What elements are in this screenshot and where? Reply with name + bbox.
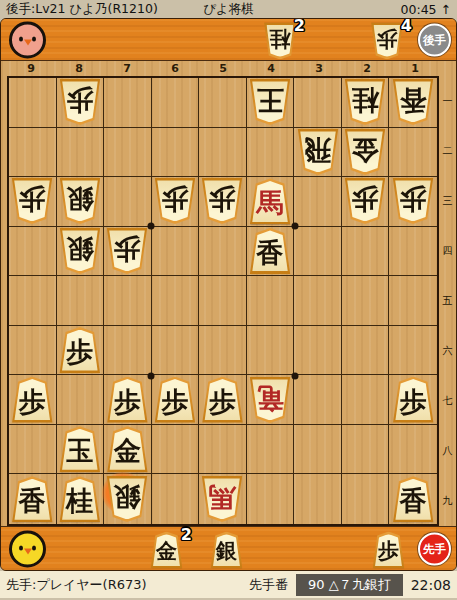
- piece-glyph: 歩: [161, 186, 188, 213]
- square-3二[interactable]: 飛: [294, 128, 342, 178]
- square-8六[interactable]: 歩: [57, 326, 105, 376]
- piece-gote-歩[interactable]: 歩: [11, 178, 53, 224]
- square-2三[interactable]: 歩: [342, 177, 390, 227]
- board-grid: 歩王桂香飛金歩銀歩歩馬歩歩銀歩香歩歩歩歩歩竜歩玉金香桂銀馬香: [7, 76, 439, 526]
- piece-sente-歩[interactable]: 歩: [11, 377, 53, 423]
- sente-badge: 先手: [418, 532, 451, 565]
- piece-gote-王[interactable]: 王: [249, 79, 291, 125]
- square-2六[interactable]: [342, 326, 390, 376]
- piece-sente-歩[interactable]: 歩: [392, 377, 434, 423]
- piece-glyph: 歩: [66, 338, 93, 365]
- square-6七[interactable]: 歩: [152, 375, 200, 425]
- piece-sente-桂[interactable]: 桂: [59, 476, 101, 522]
- square-9四[interactable]: [9, 227, 57, 277]
- piece-glyph: 王: [257, 87, 284, 114]
- square-8四[interactable]: 銀: [57, 227, 105, 277]
- piece-face: 王: [252, 82, 289, 123]
- piece-face: 金: [347, 131, 384, 172]
- piece-glyph: 銀: [66, 236, 93, 263]
- top-status-bar: 後手:Lv21 ひよ乃(R1210) ぴよ将棋 00:45 ↑: [0, 0, 457, 18]
- square-4一[interactable]: 王: [247, 78, 295, 128]
- square-5一[interactable]: [199, 78, 247, 128]
- square-9三[interactable]: 歩: [9, 177, 57, 227]
- piece-face: 歩: [347, 181, 384, 222]
- piece-face: 歩: [375, 534, 403, 566]
- piece-glyph: 歩: [19, 388, 46, 415]
- rank-label-六: 六: [439, 326, 456, 376]
- square-2九[interactable]: [342, 474, 390, 524]
- piece-face: 馬: [204, 479, 241, 520]
- file-label-4: 4: [247, 61, 295, 76]
- hoshi-dot: [147, 372, 154, 379]
- rank-label-五: 五: [439, 276, 456, 326]
- square-6九[interactable]: [152, 474, 200, 524]
- piece-gote-馬[interactable]: 馬: [201, 476, 243, 522]
- piece-gote-香[interactable]: 香: [392, 79, 434, 125]
- hand-piece-count: 2: [294, 18, 305, 34]
- square-4三[interactable]: 馬: [247, 177, 295, 227]
- gote-badge: 後手: [418, 23, 451, 56]
- piece-glyph: 香: [400, 87, 427, 114]
- piece-glyph: 歩: [114, 388, 141, 415]
- file-label-5: 5: [199, 61, 247, 76]
- piece-glyph: 歩: [376, 29, 397, 50]
- square-7三[interactable]: [104, 177, 152, 227]
- square-6六[interactable]: [152, 326, 200, 376]
- piece-glyph: 金: [156, 541, 177, 562]
- square-2五[interactable]: [342, 276, 390, 326]
- hoshi-dot: [291, 222, 298, 229]
- piece-sente-歩[interactable]: 歩: [59, 327, 101, 373]
- square-4八[interactable]: [247, 425, 295, 475]
- square-6八[interactable]: [152, 425, 200, 475]
- square-3四[interactable]: [294, 227, 342, 277]
- piece-gote-歩[interactable]: 歩: [59, 79, 101, 125]
- square-9七[interactable]: 歩: [9, 375, 57, 425]
- square-7九[interactable]: 銀: [104, 474, 152, 524]
- hand-piece-桂[interactable]: 桂2: [263, 22, 296, 59]
- avatar-beak: [24, 548, 32, 554]
- file-label-2: 2: [343, 61, 391, 76]
- square-2四[interactable]: [342, 227, 390, 277]
- hand-piece-銀[interactable]: 銀: [210, 531, 243, 568]
- hoshi-dot: [147, 222, 154, 229]
- square-1六[interactable]: [389, 326, 437, 376]
- rank-label-二: 二: [439, 126, 456, 176]
- file-label-6: 6: [151, 61, 199, 76]
- piece-glyph: 銀: [114, 484, 141, 511]
- piece-gote-歩[interactable]: 歩: [154, 178, 196, 224]
- piece-face: 銀: [61, 230, 98, 271]
- square-1五[interactable]: [389, 276, 437, 326]
- square-5六[interactable]: [199, 326, 247, 376]
- square-7六[interactable]: [104, 326, 152, 376]
- piece-face: 香: [395, 82, 432, 123]
- piece-face: 歩: [156, 379, 193, 420]
- piece-gote-歩[interactable]: 歩: [201, 178, 243, 224]
- square-9六[interactable]: [9, 326, 57, 376]
- square-6五[interactable]: [152, 276, 200, 326]
- board-block: 987654321 一二三四五六七八九 歩王桂香飛金歩銀歩歩馬歩歩銀歩香歩歩歩歩…: [1, 61, 456, 526]
- hand-piece-金[interactable]: 金2: [150, 531, 183, 568]
- square-7八[interactable]: 金: [104, 425, 152, 475]
- piece-glyph: 飛: [304, 137, 331, 164]
- piece-sente-歩[interactable]: 歩: [201, 377, 243, 423]
- piece-sente-香[interactable]: 香: [249, 228, 291, 274]
- piece-glyph: 玉: [66, 437, 93, 464]
- piece-gote-銀[interactable]: 銀: [59, 228, 101, 274]
- square-3五[interactable]: [294, 276, 342, 326]
- square-7七[interactable]: 歩: [104, 375, 152, 425]
- piece-face: 歩: [204, 379, 241, 420]
- square-5三[interactable]: 歩: [199, 177, 247, 227]
- piece-face: 歩: [61, 82, 98, 123]
- square-9五[interactable]: [9, 276, 57, 326]
- square-7四[interactable]: 歩: [104, 227, 152, 277]
- piece-face: 玉: [61, 429, 98, 470]
- bottom-status-bar: 先手:プレイヤー(R673) 先手番 90 △７九銀打 22:08: [0, 571, 457, 598]
- piece-sente-歩[interactable]: 歩: [106, 377, 148, 423]
- file-labels: 987654321: [7, 61, 439, 76]
- square-4六[interactable]: [247, 326, 295, 376]
- rank-label-一: 一: [439, 76, 456, 126]
- square-5二[interactable]: [199, 128, 247, 178]
- piyo-shogi-app: 後手:Lv21 ひよ乃(R1210) ぴよ将棋 00:45 ↑ 後手 桂2歩4 …: [0, 0, 457, 600]
- piece-face: 歩: [204, 181, 241, 222]
- square-9一[interactable]: [9, 78, 57, 128]
- app-title: ぴよ将棋: [203, 1, 254, 18]
- square-1三[interactable]: 歩: [389, 177, 437, 227]
- hand-piece-count: 2: [181, 524, 192, 543]
- rank-labels: 一二三四五六七八九: [439, 76, 456, 526]
- square-4九[interactable]: [247, 474, 295, 524]
- square-2一[interactable]: 桂: [342, 78, 390, 128]
- piece-sente-歩[interactable]: 歩: [372, 531, 405, 568]
- sente-hand-tray: 先手 金2銀歩: [1, 526, 456, 570]
- square-1七[interactable]: 歩: [389, 375, 437, 425]
- piece-sente-馬[interactable]: 馬: [249, 178, 291, 224]
- piece-face: 金: [153, 534, 181, 566]
- piece-gote-金[interactable]: 金: [344, 129, 386, 175]
- square-9九[interactable]: 香: [9, 474, 57, 524]
- avatar-eye: [19, 36, 23, 41]
- square-3九[interactable]: [294, 474, 342, 524]
- piece-gote-歩[interactable]: 歩: [106, 228, 148, 274]
- square-4二[interactable]: [247, 128, 295, 178]
- file-label-3: 3: [295, 61, 343, 76]
- piece-face: 歩: [395, 379, 432, 420]
- piece-glyph: 香: [257, 239, 284, 266]
- piece-gote-銀[interactable]: 銀: [106, 476, 148, 522]
- piece-face: 歩: [156, 181, 193, 222]
- piece-face: 馬: [252, 181, 289, 222]
- shogi-board: 歩王桂香飛金歩銀歩歩馬歩歩銀歩香歩歩歩歩歩竜歩玉金香桂銀馬香: [7, 76, 439, 526]
- clock-upload-indicator: 00:45 ↑: [401, 2, 451, 17]
- piece-glyph: 馬: [257, 189, 284, 216]
- piece-sente-銀[interactable]: 銀: [210, 531, 243, 568]
- piece-sente-金[interactable]: 金: [150, 531, 183, 568]
- piece-face: 飛: [299, 131, 336, 172]
- hand-piece-count: 4: [401, 18, 412, 34]
- square-8一[interactable]: 歩: [57, 78, 105, 128]
- hand-piece-歩[interactable]: 歩: [372, 531, 405, 568]
- square-8八[interactable]: 玉: [57, 425, 105, 475]
- piece-face: 歩: [109, 379, 146, 420]
- piece-glyph: 銀: [66, 186, 93, 213]
- rank-label-四: 四: [439, 226, 456, 276]
- file-label-7: 7: [103, 61, 151, 76]
- square-1九[interactable]: 香: [389, 474, 437, 524]
- hand-piece-歩[interactable]: 歩4: [370, 22, 403, 59]
- rank-label-八: 八: [439, 426, 456, 476]
- move-counter-box[interactable]: 90 △７九銀打: [296, 574, 403, 596]
- piece-face: 銀: [213, 534, 241, 566]
- piece-face: 香: [14, 479, 51, 520]
- piece-sente-歩[interactable]: 歩: [154, 377, 196, 423]
- turn-indicator: 先手番: [249, 576, 288, 594]
- square-7一[interactable]: [104, 78, 152, 128]
- piece-gote-銀[interactable]: 銀: [59, 178, 101, 224]
- piece-face: 金: [109, 429, 146, 470]
- piece-glyph: 歩: [378, 541, 399, 562]
- piece-face: 歩: [61, 330, 98, 371]
- square-3七[interactable]: [294, 375, 342, 425]
- square-1二[interactable]: [389, 128, 437, 178]
- piece-face: 歩: [14, 379, 51, 420]
- piece-glyph: 歩: [209, 186, 236, 213]
- file-label-1: 1: [391, 61, 439, 76]
- square-5七[interactable]: 歩: [199, 375, 247, 425]
- square-8二[interactable]: [57, 128, 105, 178]
- square-5四[interactable]: [199, 227, 247, 277]
- gote-player-info: 後手:Lv21 ひよ乃(R1210): [6, 1, 158, 18]
- piece-glyph: 竜: [257, 385, 284, 412]
- piece-glyph: 歩: [209, 388, 236, 415]
- piece-gote-竜[interactable]: 竜: [249, 377, 291, 423]
- avatar-beak: [24, 39, 32, 45]
- piece-glyph: 歩: [66, 87, 93, 114]
- square-8三[interactable]: 銀: [57, 177, 105, 227]
- piece-glyph: 歩: [114, 236, 141, 263]
- piece-glyph: 桂: [269, 29, 290, 50]
- square-4五[interactable]: [247, 276, 295, 326]
- square-8九[interactable]: 桂: [57, 474, 105, 524]
- square-7二[interactable]: [104, 128, 152, 178]
- hoshi-dot: [291, 372, 298, 379]
- piece-face: 桂: [347, 82, 384, 123]
- piece-face: 香: [395, 479, 432, 520]
- piece-face: 歩: [14, 181, 51, 222]
- square-2七[interactable]: [342, 375, 390, 425]
- piece-glyph: 金: [114, 437, 141, 464]
- piece-face: 歩: [395, 181, 432, 222]
- square-3一[interactable]: [294, 78, 342, 128]
- piece-glyph: 桂: [66, 487, 93, 514]
- piece-face: 竜: [252, 379, 289, 420]
- piece-glyph: 歩: [19, 186, 46, 213]
- sente-avatar: [9, 530, 46, 567]
- piece-glyph: 歩: [400, 186, 427, 213]
- piece-sente-金[interactable]: 金: [106, 426, 148, 472]
- square-5五[interactable]: [199, 276, 247, 326]
- piece-glyph: 歩: [161, 388, 188, 415]
- piece-face: 歩: [373, 25, 401, 57]
- gote-avatar: [9, 21, 46, 58]
- square-5九[interactable]: 馬: [199, 474, 247, 524]
- square-6二[interactable]: [152, 128, 200, 178]
- square-6一[interactable]: [152, 78, 200, 128]
- piece-glyph: 銀: [216, 541, 237, 562]
- piece-sente-香[interactable]: 香: [392, 476, 434, 522]
- file-label-8: 8: [55, 61, 103, 76]
- piece-glyph: 金: [352, 137, 379, 164]
- sente-player-info: 先手:プレイヤー(R673): [6, 576, 147, 594]
- square-2二[interactable]: 金: [342, 128, 390, 178]
- piece-face: 歩: [109, 230, 146, 271]
- rank-label-九: 九: [439, 476, 456, 526]
- piece-glyph: 歩: [352, 186, 379, 213]
- square-1四[interactable]: [389, 227, 437, 277]
- piece-gote-桂[interactable]: 桂: [344, 79, 386, 125]
- square-9八[interactable]: [9, 425, 57, 475]
- elapsed-time: 22:08: [411, 577, 451, 593]
- square-7五[interactable]: [104, 276, 152, 326]
- piece-sente-香[interactable]: 香: [11, 476, 53, 522]
- square-6三[interactable]: 歩: [152, 177, 200, 227]
- square-3八[interactable]: [294, 425, 342, 475]
- square-4七[interactable]: 竜: [247, 375, 295, 425]
- piece-face: 桂: [61, 479, 98, 520]
- piece-face: 銀: [61, 181, 98, 222]
- avatar-eye: [32, 545, 36, 550]
- square-1八[interactable]: [389, 425, 437, 475]
- square-6四[interactable]: [152, 227, 200, 277]
- square-8五[interactable]: [57, 276, 105, 326]
- piece-glyph: 香: [19, 487, 46, 514]
- square-2八[interactable]: [342, 425, 390, 475]
- gote-hand-tray: 後手 桂2歩4: [1, 19, 456, 61]
- piece-gote-歩[interactable]: 歩: [370, 22, 403, 59]
- piece-glyph: 歩: [400, 388, 427, 415]
- piece-glyph: 桂: [352, 87, 379, 114]
- piece-face: 銀: [109, 479, 146, 520]
- piece-face: 香: [252, 230, 289, 271]
- square-8七[interactable]: [57, 375, 105, 425]
- piece-gote-桂[interactable]: 桂: [263, 22, 296, 59]
- piece-gote-歩[interactable]: 歩: [392, 178, 434, 224]
- piece-face: 桂: [266, 25, 294, 57]
- file-label-9: 9: [7, 61, 55, 76]
- square-3三[interactable]: [294, 177, 342, 227]
- game-frame: 後手 桂2歩4 987654321 一二三四五六七八九 歩王桂香飛金歩銀歩歩馬歩…: [0, 18, 457, 571]
- piece-gote-歩[interactable]: 歩: [344, 178, 386, 224]
- square-1一[interactable]: 香: [389, 78, 437, 128]
- square-5八[interactable]: [199, 425, 247, 475]
- piece-glyph: 香: [400, 487, 427, 514]
- avatar-eye: [32, 36, 36, 41]
- rank-label-三: 三: [439, 176, 456, 226]
- square-9二[interactable]: [9, 128, 57, 178]
- square-3六[interactable]: [294, 326, 342, 376]
- rank-label-七: 七: [439, 376, 456, 426]
- piece-gote-飛[interactable]: 飛: [297, 129, 339, 175]
- avatar-eye: [19, 545, 23, 550]
- square-4四[interactable]: 香: [247, 227, 295, 277]
- piece-sente-玉[interactable]: 玉: [59, 426, 101, 472]
- piece-glyph: 馬: [209, 484, 236, 511]
